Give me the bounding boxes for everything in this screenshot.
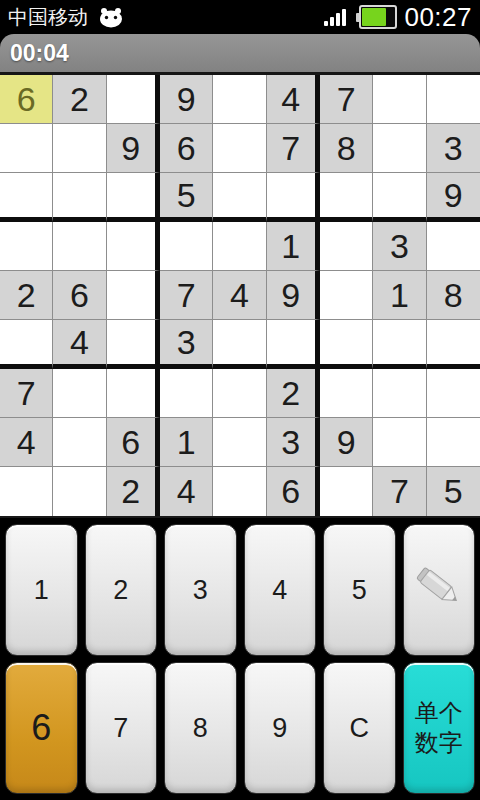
cell-r9c6[interactable]: 6 <box>267 467 320 516</box>
cell-r7c9[interactable] <box>427 369 480 418</box>
key-single-digit-mode[interactable]: 单个 数字 <box>403 662 476 794</box>
cell-r6c7[interactable] <box>320 320 373 369</box>
cell-r5c6[interactable]: 9 <box>267 271 320 320</box>
cell-r5c5[interactable]: 4 <box>213 271 266 320</box>
key-5[interactable]: 5 <box>323 524 396 656</box>
cell-r5c7[interactable] <box>320 271 373 320</box>
cell-r1c6[interactable]: 4 <box>267 75 320 124</box>
cell-r8c8[interactable] <box>373 418 426 467</box>
cell-r8c3[interactable]: 6 <box>107 418 160 467</box>
keypad-row-1: 1 2 3 4 5 <box>5 524 475 656</box>
cell-r6c3[interactable] <box>107 320 160 369</box>
cell-r8c2[interactable] <box>53 418 106 467</box>
cell-r5c9[interactable]: 8 <box>427 271 480 320</box>
cell-r1c3[interactable] <box>107 75 160 124</box>
cell-r9c8[interactable]: 7 <box>373 467 426 516</box>
cell-r6c4[interactable]: 3 <box>160 320 213 369</box>
cell-r9c1[interactable] <box>0 467 53 516</box>
cell-r3c1[interactable] <box>0 173 53 222</box>
cell-r9c4[interactable]: 4 <box>160 467 213 516</box>
cell-r7c4[interactable] <box>160 369 213 418</box>
battery-icon <box>356 5 397 29</box>
cell-r2c5[interactable] <box>213 124 266 173</box>
cell-r8c5[interactable] <box>213 418 266 467</box>
cell-r6c2[interactable]: 4 <box>53 320 106 369</box>
cell-r3c8[interactable] <box>373 173 426 222</box>
cell-r4c4[interactable] <box>160 222 213 271</box>
cell-r1c1[interactable]: 6 <box>0 75 53 124</box>
cell-r3c9[interactable]: 9 <box>427 173 480 222</box>
keypad: 1 2 3 4 5 <box>0 518 480 794</box>
clock-label: 00:27 <box>404 2 472 33</box>
cell-r1c5[interactable] <box>213 75 266 124</box>
cell-r6c8[interactable] <box>373 320 426 369</box>
elapsed-timer: 00:04 <box>10 40 69 67</box>
mode-label-line1: 单个 <box>415 698 463 728</box>
cell-r1c7[interactable]: 7 <box>320 75 373 124</box>
cell-r3c5[interactable] <box>213 173 266 222</box>
key-clear[interactable]: C <box>323 662 396 794</box>
key-8[interactable]: 8 <box>164 662 237 794</box>
cell-r4c5[interactable] <box>213 222 266 271</box>
cell-r8c9[interactable] <box>427 418 480 467</box>
cell-r3c6[interactable] <box>267 173 320 222</box>
cell-r8c1[interactable]: 4 <box>0 418 53 467</box>
cell-r1c4[interactable]: 9 <box>160 75 213 124</box>
cell-r4c8[interactable]: 3 <box>373 222 426 271</box>
cell-r9c3[interactable]: 2 <box>107 467 160 516</box>
cell-r3c2[interactable] <box>53 173 106 222</box>
cell-r8c4[interactable]: 1 <box>160 418 213 467</box>
cell-r2c3[interactable]: 9 <box>107 124 160 173</box>
cell-r2c8[interactable] <box>373 124 426 173</box>
key-7[interactable]: 7 <box>85 662 158 794</box>
key-6[interactable]: 6 <box>5 662 78 794</box>
cell-r6c5[interactable] <box>213 320 266 369</box>
cell-r2c1[interactable] <box>0 124 53 173</box>
cell-r4c3[interactable] <box>107 222 160 271</box>
cell-r2c2[interactable] <box>53 124 106 173</box>
key-3[interactable]: 3 <box>164 524 237 656</box>
cell-r7c2[interactable] <box>53 369 106 418</box>
cell-r9c9[interactable]: 5 <box>427 467 480 516</box>
cell-r2c7[interactable]: 8 <box>320 124 373 173</box>
android-robot-icon <box>97 6 125 28</box>
timer-bar: 00:04 <box>0 34 480 72</box>
cell-r7c5[interactable] <box>213 369 266 418</box>
keypad-row-2: 6 7 8 9 C 单个 数字 <box>5 662 475 794</box>
phone-screen: 中国移动 00:27 00:04 62947967835913267491843… <box>0 0 480 800</box>
key-pencil[interactable] <box>403 524 476 656</box>
cell-r2c4[interactable]: 6 <box>160 124 213 173</box>
cell-r7c3[interactable] <box>107 369 160 418</box>
cell-r5c1[interactable]: 2 <box>0 271 53 320</box>
cell-r8c6[interactable]: 3 <box>267 418 320 467</box>
cell-r5c4[interactable]: 7 <box>160 271 213 320</box>
cell-r9c2[interactable] <box>53 467 106 516</box>
cell-r7c1[interactable]: 7 <box>0 369 53 418</box>
cell-r1c2[interactable]: 2 <box>53 75 106 124</box>
pencil-icon <box>409 557 469 624</box>
cell-r7c8[interactable] <box>373 369 426 418</box>
cell-r9c5[interactable] <box>213 467 266 516</box>
cell-r5c8[interactable]: 1 <box>373 271 426 320</box>
sudoku-grid: 62947967835913267491843724613924675 <box>0 72 480 518</box>
key-4[interactable]: 4 <box>244 524 317 656</box>
cell-r3c7[interactable] <box>320 173 373 222</box>
cell-r5c2[interactable]: 6 <box>53 271 106 320</box>
cell-r7c7[interactable] <box>320 369 373 418</box>
cell-r1c8[interactable] <box>373 75 426 124</box>
cell-r3c3[interactable] <box>107 173 160 222</box>
cell-r2c6[interactable]: 7 <box>267 124 320 173</box>
mode-label-line2: 数字 <box>415 728 463 758</box>
cell-r6c1[interactable] <box>0 320 53 369</box>
cell-r5c3[interactable] <box>107 271 160 320</box>
carrier-label: 中国移动 <box>8 4 88 31</box>
cell-r2c9[interactable]: 3 <box>427 124 480 173</box>
cell-r6c9[interactable] <box>427 320 480 369</box>
cell-r4c2[interactable] <box>53 222 106 271</box>
cell-r4c6[interactable]: 1 <box>267 222 320 271</box>
key-1[interactable]: 1 <box>5 524 78 656</box>
cell-r6c6[interactable] <box>267 320 320 369</box>
cell-r1c9[interactable] <box>427 75 480 124</box>
cell-r4c9[interactable] <box>427 222 480 271</box>
signal-strength-icon <box>324 9 346 26</box>
cell-r3c4[interactable]: 5 <box>160 173 213 222</box>
cell-r4c7[interactable] <box>320 222 373 271</box>
cell-r4c1[interactable] <box>0 222 53 271</box>
cell-r9c7[interactable] <box>320 467 373 516</box>
key-2[interactable]: 2 <box>85 524 158 656</box>
cell-r7c6[interactable]: 2 <box>267 369 320 418</box>
key-9[interactable]: 9 <box>244 662 317 794</box>
cell-r8c7[interactable]: 9 <box>320 418 373 467</box>
status-bar: 中国移动 00:27 <box>0 0 480 34</box>
